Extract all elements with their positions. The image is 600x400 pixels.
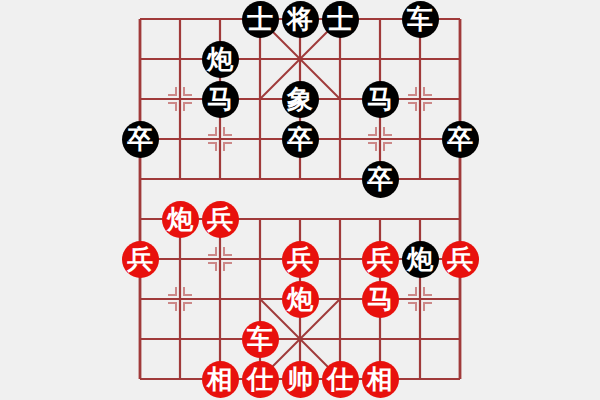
red-advisor-piece[interactable]: 仕	[322, 361, 359, 398]
board-grid-lines	[0, 0, 600, 400]
red-advisor-piece[interactable]: 仕	[242, 361, 279, 398]
black-advisor-piece[interactable]: 士	[242, 1, 279, 38]
red-soldier-piece[interactable]: 兵	[442, 241, 479, 278]
black-cannon-piece[interactable]: 炮	[402, 241, 439, 278]
black-soldier-piece[interactable]: 卒	[362, 161, 399, 198]
red-cannon-piece[interactable]: 炮	[282, 281, 319, 318]
red-king-piece[interactable]: 帅	[282, 361, 319, 398]
red-soldier-piece[interactable]: 兵	[202, 201, 239, 238]
xiangqi-board: 士将士车炮马象马卒卒卒卒炮炮兵兵兵兵兵炮马车相仕帅仕相	[0, 0, 600, 400]
red-soldier-piece[interactable]: 兵	[122, 241, 159, 278]
red-elephant-piece[interactable]: 相	[202, 361, 239, 398]
red-soldier-piece[interactable]: 兵	[282, 241, 319, 278]
black-elephant-piece[interactable]: 象	[282, 81, 319, 118]
black-horse-piece[interactable]: 马	[202, 81, 239, 118]
black-king-piece[interactable]: 将	[282, 1, 319, 38]
red-cannon-piece[interactable]: 炮	[162, 201, 199, 238]
black-advisor-piece[interactable]: 士	[322, 1, 359, 38]
red-elephant-piece[interactable]: 相	[362, 361, 399, 398]
red-horse-piece[interactable]: 马	[362, 281, 399, 318]
black-chariot-piece[interactable]: 车	[402, 1, 439, 38]
red-soldier-piece[interactable]: 兵	[362, 241, 399, 278]
black-soldier-piece[interactable]: 卒	[442, 121, 479, 158]
black-horse-piece[interactable]: 马	[362, 81, 399, 118]
black-soldier-piece[interactable]: 卒	[122, 121, 159, 158]
black-soldier-piece[interactable]: 卒	[282, 121, 319, 158]
black-cannon-piece[interactable]: 炮	[202, 41, 239, 78]
red-chariot-piece[interactable]: 车	[242, 321, 279, 358]
